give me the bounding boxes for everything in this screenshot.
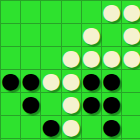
cell-f2[interactable]: [102, 24, 121, 46]
white-stone: ●: [102, 1, 121, 23]
cell-g6[interactable]: [122, 116, 140, 138]
cell-c4[interactable]: ●: [41, 70, 60, 92]
cell-g2[interactable]: ●: [122, 24, 140, 46]
black-stone: ●: [82, 93, 101, 115]
cell-a4[interactable]: ●: [1, 70, 20, 92]
cell-d1[interactable]: [62, 1, 81, 23]
white-stone: ●: [62, 70, 81, 92]
cell-g3[interactable]: ●: [122, 47, 140, 69]
white-stone: ●: [62, 93, 81, 115]
cell-c2[interactable]: [41, 24, 60, 46]
othello-board: ●●●●●●●●●●●●●●●●●●●●●●●●●●●●●: [0, 0, 140, 140]
cell-a3[interactable]: [1, 47, 20, 69]
cell-a2[interactable]: [1, 24, 20, 46]
cell-e5[interactable]: ●: [82, 93, 101, 115]
cell-b2[interactable]: [21, 24, 40, 46]
black-stone: ●: [62, 139, 81, 140]
cell-f5[interactable]: ●: [102, 93, 121, 115]
cell-e3[interactable]: ●: [82, 47, 101, 69]
cell-a7[interactable]: [1, 139, 20, 140]
black-stone: ●: [21, 93, 40, 115]
white-stone: ●: [122, 47, 140, 69]
cell-b1[interactable]: [21, 1, 40, 23]
white-stone: ●: [62, 47, 81, 69]
white-stone: ●: [122, 24, 140, 46]
black-stone: ●: [82, 70, 101, 92]
cell-g7[interactable]: [122, 139, 140, 140]
cell-c7[interactable]: [41, 139, 60, 140]
cell-d5[interactable]: ●: [62, 93, 81, 115]
cell-c5[interactable]: [41, 93, 60, 115]
cell-d7[interactable]: ●: [62, 139, 81, 140]
white-stone: ●: [41, 70, 60, 92]
white-stone: ●: [122, 1, 140, 23]
white-stone: ●: [82, 24, 101, 46]
black-stone: ●: [102, 93, 121, 115]
black-stone: ●: [21, 70, 40, 92]
cell-a5[interactable]: [1, 93, 20, 115]
cell-a1[interactable]: [1, 1, 20, 23]
cell-f1[interactable]: ●: [102, 1, 121, 23]
cell-c1[interactable]: [41, 1, 60, 23]
black-stone: ●: [102, 70, 121, 92]
cell-e6[interactable]: [82, 116, 101, 138]
black-stone: ●: [102, 116, 121, 138]
white-stone: ●: [62, 116, 81, 138]
cell-b7[interactable]: [21, 139, 40, 140]
cell-d6[interactable]: ●: [62, 116, 81, 138]
cell-g4[interactable]: [122, 70, 140, 92]
cell-f6[interactable]: ●: [102, 116, 121, 138]
cell-e7[interactable]: [82, 139, 101, 140]
cell-d2[interactable]: [62, 24, 81, 46]
cell-b3[interactable]: [21, 47, 40, 69]
cell-d4[interactable]: ●: [62, 70, 81, 92]
cell-f4[interactable]: ●: [102, 70, 121, 92]
black-stone: ●: [102, 139, 121, 140]
cell-b4[interactable]: ●: [21, 70, 40, 92]
cell-f3[interactable]: ●: [102, 47, 121, 69]
white-stone: ●: [82, 47, 101, 69]
white-stone: ●: [102, 47, 121, 69]
black-stone: ●: [41, 116, 60, 138]
cell-b6[interactable]: [21, 116, 40, 138]
cell-e2[interactable]: ●: [82, 24, 101, 46]
cell-e1[interactable]: [82, 1, 101, 23]
black-stone: ●: [1, 70, 20, 92]
cell-c6[interactable]: ●: [41, 116, 60, 138]
cell-g5[interactable]: [122, 93, 140, 115]
cell-g1[interactable]: ●: [122, 1, 140, 23]
cell-e4[interactable]: ●: [82, 70, 101, 92]
cell-d3[interactable]: ●: [62, 47, 81, 69]
cell-c3[interactable]: [41, 47, 60, 69]
cell-a6[interactable]: [1, 116, 20, 138]
cell-b5[interactable]: ●: [21, 93, 40, 115]
cell-f7[interactable]: ●: [102, 139, 121, 140]
